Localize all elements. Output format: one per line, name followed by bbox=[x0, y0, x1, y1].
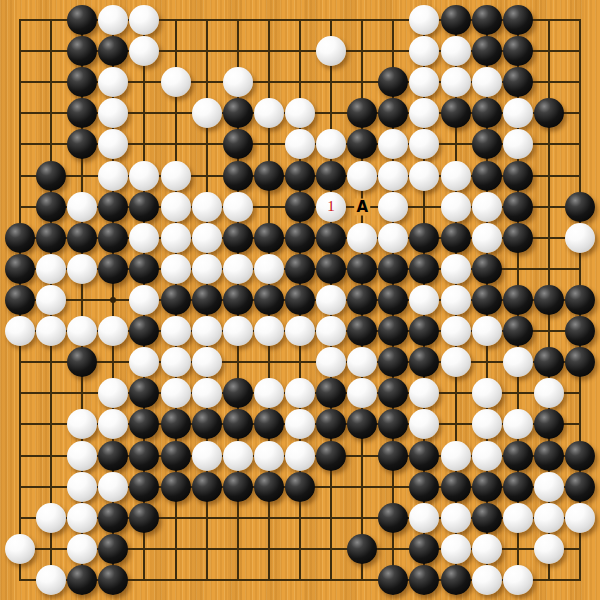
stone-black[interactable] bbox=[98, 36, 128, 66]
stone-white[interactable] bbox=[378, 223, 408, 253]
stone-white[interactable] bbox=[441, 285, 471, 315]
stone-black[interactable] bbox=[565, 472, 595, 502]
stone-white[interactable] bbox=[161, 254, 191, 284]
stone-black[interactable] bbox=[472, 503, 502, 533]
stone-black[interactable] bbox=[347, 534, 377, 564]
stone-white[interactable] bbox=[254, 441, 284, 471]
stone-black[interactable] bbox=[565, 285, 595, 315]
stone-white[interactable] bbox=[36, 503, 66, 533]
stone-white[interactable] bbox=[36, 565, 66, 595]
stone-black[interactable] bbox=[409, 223, 439, 253]
stone-black[interactable] bbox=[98, 503, 128, 533]
stone-white[interactable] bbox=[223, 192, 253, 222]
stone-black[interactable] bbox=[378, 565, 408, 595]
stone-white[interactable] bbox=[223, 254, 253, 284]
stone-white[interactable] bbox=[316, 192, 346, 222]
stone-white[interactable] bbox=[378, 161, 408, 191]
stone-black[interactable] bbox=[129, 316, 159, 346]
stone-black[interactable] bbox=[98, 254, 128, 284]
stone-black[interactable] bbox=[5, 254, 35, 284]
stone-white[interactable] bbox=[409, 409, 439, 439]
stone-black[interactable] bbox=[409, 565, 439, 595]
stone-white[interactable] bbox=[254, 378, 284, 408]
stone-black[interactable] bbox=[409, 441, 439, 471]
stone-white[interactable] bbox=[98, 161, 128, 191]
stone-white[interactable] bbox=[223, 67, 253, 97]
stone-white[interactable] bbox=[285, 378, 315, 408]
stone-black[interactable] bbox=[503, 192, 533, 222]
stone-white[interactable] bbox=[192, 98, 222, 128]
stone-black[interactable] bbox=[285, 285, 315, 315]
stone-white[interactable] bbox=[441, 316, 471, 346]
stone-black[interactable] bbox=[378, 441, 408, 471]
stone-white[interactable] bbox=[254, 316, 284, 346]
stone-white[interactable] bbox=[5, 534, 35, 564]
stone-white[interactable] bbox=[503, 98, 533, 128]
stone-white[interactable] bbox=[441, 36, 471, 66]
stone-black[interactable] bbox=[223, 223, 253, 253]
stone-white[interactable] bbox=[98, 5, 128, 35]
stone-black[interactable] bbox=[223, 98, 253, 128]
stone-black[interactable] bbox=[472, 161, 502, 191]
stone-white[interactable] bbox=[98, 67, 128, 97]
stone-white[interactable] bbox=[378, 129, 408, 159]
stone-black[interactable] bbox=[409, 316, 439, 346]
stone-black[interactable] bbox=[441, 5, 471, 35]
stone-white[interactable] bbox=[503, 409, 533, 439]
stone-white[interactable] bbox=[192, 347, 222, 377]
stone-black[interactable] bbox=[503, 161, 533, 191]
stone-black[interactable] bbox=[316, 409, 346, 439]
stone-black[interactable] bbox=[316, 441, 346, 471]
stone-white[interactable] bbox=[441, 347, 471, 377]
stone-white[interactable] bbox=[503, 129, 533, 159]
stone-white[interactable] bbox=[192, 192, 222, 222]
stone-white[interactable] bbox=[161, 378, 191, 408]
stone-white[interactable] bbox=[129, 223, 159, 253]
stone-white[interactable] bbox=[409, 503, 439, 533]
stone-black[interactable] bbox=[98, 192, 128, 222]
stone-white[interactable] bbox=[98, 378, 128, 408]
stone-white[interactable] bbox=[254, 254, 284, 284]
stone-white[interactable] bbox=[285, 316, 315, 346]
hoshi-point bbox=[110, 297, 116, 303]
stone-white[interactable] bbox=[192, 223, 222, 253]
label-A[interactable]: A bbox=[354, 198, 370, 215]
stone-black[interactable] bbox=[503, 441, 533, 471]
stone-black[interactable] bbox=[129, 441, 159, 471]
stone-white[interactable] bbox=[503, 503, 533, 533]
stone-white[interactable] bbox=[409, 129, 439, 159]
stone-black[interactable] bbox=[254, 223, 284, 253]
stone-white[interactable] bbox=[67, 192, 97, 222]
stone-black[interactable] bbox=[67, 347, 97, 377]
stone-black[interactable] bbox=[503, 472, 533, 502]
stone-black[interactable] bbox=[347, 409, 377, 439]
stone-black[interactable] bbox=[285, 472, 315, 502]
stone-white[interactable] bbox=[98, 98, 128, 128]
stone-white[interactable] bbox=[409, 285, 439, 315]
stone-white[interactable] bbox=[409, 161, 439, 191]
stone-white[interactable] bbox=[98, 129, 128, 159]
stone-white[interactable] bbox=[441, 254, 471, 284]
stone-black[interactable] bbox=[378, 285, 408, 315]
stone-black[interactable] bbox=[316, 254, 346, 284]
stone-white[interactable] bbox=[316, 36, 346, 66]
stone-black[interactable] bbox=[565, 441, 595, 471]
stone-black[interactable] bbox=[378, 378, 408, 408]
stone-black[interactable] bbox=[378, 67, 408, 97]
stone-white[interactable] bbox=[161, 192, 191, 222]
stone-white[interactable] bbox=[36, 285, 66, 315]
stone-black[interactable] bbox=[285, 254, 315, 284]
stone-white[interactable] bbox=[129, 285, 159, 315]
stone-white[interactable] bbox=[161, 347, 191, 377]
stone-white[interactable] bbox=[67, 472, 97, 502]
stone-black[interactable] bbox=[534, 98, 564, 128]
stone-white[interactable] bbox=[503, 565, 533, 595]
stone-black[interactable] bbox=[503, 67, 533, 97]
stone-black[interactable] bbox=[472, 98, 502, 128]
stone-black[interactable] bbox=[441, 223, 471, 253]
stone-black[interactable] bbox=[503, 5, 533, 35]
stone-black[interactable] bbox=[98, 565, 128, 595]
stone-white[interactable] bbox=[5, 316, 35, 346]
stone-white[interactable] bbox=[472, 441, 502, 471]
stone-black[interactable] bbox=[254, 409, 284, 439]
stone-white[interactable] bbox=[223, 316, 253, 346]
stone-black[interactable] bbox=[409, 347, 439, 377]
stone-black[interactable] bbox=[161, 285, 191, 315]
stone-white[interactable] bbox=[285, 98, 315, 128]
stone-black[interactable] bbox=[409, 254, 439, 284]
stone-white[interactable] bbox=[192, 316, 222, 346]
stone-white[interactable] bbox=[129, 347, 159, 377]
stone-white[interactable] bbox=[472, 378, 502, 408]
stone-white[interactable] bbox=[565, 503, 595, 533]
stone-black[interactable] bbox=[98, 223, 128, 253]
stone-white[interactable] bbox=[285, 409, 315, 439]
stone-black[interactable] bbox=[316, 223, 346, 253]
stone-black[interactable] bbox=[67, 98, 97, 128]
stone-black[interactable] bbox=[192, 472, 222, 502]
stone-white[interactable] bbox=[409, 378, 439, 408]
go-board[interactable]: 1A bbox=[0, 0, 600, 600]
stone-black[interactable] bbox=[409, 472, 439, 502]
stone-black[interactable] bbox=[503, 223, 533, 253]
stone-black[interactable] bbox=[441, 98, 471, 128]
stone-black[interactable] bbox=[565, 316, 595, 346]
stone-white[interactable] bbox=[409, 98, 439, 128]
stone-white[interactable] bbox=[409, 67, 439, 97]
stone-white[interactable] bbox=[472, 316, 502, 346]
stone-black[interactable] bbox=[36, 161, 66, 191]
stone-black[interactable] bbox=[161, 409, 191, 439]
stone-black[interactable] bbox=[472, 254, 502, 284]
stone-white[interactable] bbox=[472, 67, 502, 97]
stone-black[interactable] bbox=[223, 285, 253, 315]
stone-black[interactable] bbox=[161, 441, 191, 471]
stone-black[interactable] bbox=[378, 347, 408, 377]
stone-white[interactable] bbox=[378, 192, 408, 222]
stone-white[interactable] bbox=[472, 192, 502, 222]
stone-black[interactable] bbox=[5, 223, 35, 253]
stone-black[interactable] bbox=[378, 98, 408, 128]
stone-black[interactable] bbox=[129, 192, 159, 222]
stone-black[interactable] bbox=[534, 347, 564, 377]
stone-white[interactable] bbox=[409, 5, 439, 35]
stone-white[interactable] bbox=[472, 534, 502, 564]
stone-black[interactable] bbox=[378, 254, 408, 284]
stone-white[interactable] bbox=[316, 285, 346, 315]
stone-white[interactable] bbox=[565, 223, 595, 253]
stone-black[interactable] bbox=[223, 161, 253, 191]
stone-black[interactable] bbox=[129, 409, 159, 439]
stone-black[interactable] bbox=[347, 254, 377, 284]
stone-black[interactable] bbox=[378, 409, 408, 439]
stone-white[interactable] bbox=[347, 223, 377, 253]
stone-white[interactable] bbox=[534, 378, 564, 408]
stone-white[interactable] bbox=[472, 565, 502, 595]
stone-white[interactable] bbox=[441, 161, 471, 191]
stone-black[interactable] bbox=[503, 285, 533, 315]
stone-white[interactable] bbox=[534, 472, 564, 502]
stone-black[interactable] bbox=[347, 129, 377, 159]
stone-black[interactable] bbox=[472, 5, 502, 35]
stone-white[interactable] bbox=[316, 129, 346, 159]
stone-black[interactable] bbox=[98, 534, 128, 564]
stone-white[interactable] bbox=[161, 223, 191, 253]
stone-white[interactable] bbox=[67, 503, 97, 533]
stone-white[interactable] bbox=[223, 441, 253, 471]
stone-black[interactable] bbox=[192, 285, 222, 315]
stone-white[interactable] bbox=[503, 347, 533, 377]
stone-black[interactable] bbox=[409, 534, 439, 564]
stone-black[interactable] bbox=[534, 441, 564, 471]
stone-black[interactable] bbox=[223, 129, 253, 159]
stone-black[interactable] bbox=[347, 285, 377, 315]
stone-white[interactable] bbox=[409, 36, 439, 66]
stone-white[interactable] bbox=[98, 409, 128, 439]
stone-white[interactable] bbox=[67, 441, 97, 471]
stone-white[interactable] bbox=[36, 254, 66, 284]
stone-black[interactable] bbox=[347, 98, 377, 128]
stone-black[interactable] bbox=[67, 67, 97, 97]
stone-black[interactable] bbox=[223, 378, 253, 408]
stone-white[interactable] bbox=[192, 378, 222, 408]
stone-white[interactable] bbox=[441, 67, 471, 97]
stone-black[interactable] bbox=[378, 503, 408, 533]
stone-white[interactable] bbox=[161, 161, 191, 191]
stone-white[interactable] bbox=[441, 534, 471, 564]
stone-white[interactable] bbox=[534, 503, 564, 533]
stone-black[interactable] bbox=[223, 409, 253, 439]
stone-black[interactable] bbox=[472, 472, 502, 502]
stone-white[interactable] bbox=[67, 409, 97, 439]
stone-black[interactable] bbox=[254, 472, 284, 502]
stone-black[interactable] bbox=[534, 285, 564, 315]
stone-black[interactable] bbox=[67, 5, 97, 35]
stone-black[interactable] bbox=[36, 192, 66, 222]
stone-white[interactable] bbox=[472, 409, 502, 439]
stone-white[interactable] bbox=[347, 378, 377, 408]
stone-black[interactable] bbox=[254, 285, 284, 315]
stone-white[interactable] bbox=[161, 67, 191, 97]
stone-black[interactable] bbox=[67, 565, 97, 595]
stone-white[interactable] bbox=[316, 316, 346, 346]
go-game-screenshot: 1A bbox=[0, 0, 600, 600]
stone-white[interactable] bbox=[67, 254, 97, 284]
stone-white[interactable] bbox=[347, 161, 377, 191]
stone-black[interactable] bbox=[503, 316, 533, 346]
stone-white[interactable] bbox=[285, 129, 315, 159]
stone-white[interactable] bbox=[534, 534, 564, 564]
stone-white[interactable] bbox=[441, 503, 471, 533]
stone-black[interactable] bbox=[98, 441, 128, 471]
stone-white[interactable] bbox=[316, 347, 346, 377]
stone-black[interactable] bbox=[285, 223, 315, 253]
stone-black[interactable] bbox=[441, 472, 471, 502]
stone-black[interactable] bbox=[472, 129, 502, 159]
stone-black[interactable] bbox=[223, 472, 253, 502]
stone-white[interactable] bbox=[36, 316, 66, 346]
stone-black[interactable] bbox=[472, 285, 502, 315]
stone-black[interactable] bbox=[67, 223, 97, 253]
stone-white[interactable] bbox=[472, 223, 502, 253]
stone-black[interactable] bbox=[565, 192, 595, 222]
stone-white[interactable] bbox=[98, 472, 128, 502]
stone-black[interactable] bbox=[161, 472, 191, 502]
stone-black[interactable] bbox=[192, 409, 222, 439]
stone-white[interactable] bbox=[129, 5, 159, 35]
stone-black[interactable] bbox=[347, 316, 377, 346]
stone-white[interactable] bbox=[67, 534, 97, 564]
stone-black[interactable] bbox=[5, 285, 35, 315]
stone-black[interactable] bbox=[285, 161, 315, 191]
stone-black[interactable] bbox=[534, 409, 564, 439]
stone-white[interactable] bbox=[192, 254, 222, 284]
stone-black[interactable] bbox=[503, 36, 533, 66]
stone-black[interactable] bbox=[316, 161, 346, 191]
stone-black[interactable] bbox=[67, 129, 97, 159]
stone-black[interactable] bbox=[472, 36, 502, 66]
stone-white[interactable] bbox=[161, 316, 191, 346]
stone-black[interactable] bbox=[565, 347, 595, 377]
stone-white[interactable] bbox=[192, 441, 222, 471]
stone-black[interactable] bbox=[316, 378, 346, 408]
stone-black[interactable] bbox=[129, 378, 159, 408]
stone-white[interactable] bbox=[67, 316, 97, 346]
stone-white[interactable] bbox=[129, 161, 159, 191]
stone-white[interactable] bbox=[254, 98, 284, 128]
stone-black[interactable] bbox=[129, 503, 159, 533]
grid-line-horizontal bbox=[19, 361, 581, 363]
stone-white[interactable] bbox=[98, 316, 128, 346]
stone-white[interactable] bbox=[441, 441, 471, 471]
stone-black[interactable] bbox=[441, 565, 471, 595]
stone-black[interactable] bbox=[36, 223, 66, 253]
stone-black[interactable] bbox=[285, 192, 315, 222]
stone-white[interactable] bbox=[285, 441, 315, 471]
stone-white[interactable] bbox=[129, 36, 159, 66]
stone-black[interactable] bbox=[67, 36, 97, 66]
stone-black[interactable] bbox=[378, 316, 408, 346]
stone-white[interactable] bbox=[441, 192, 471, 222]
stone-black[interactable] bbox=[129, 254, 159, 284]
stone-black[interactable] bbox=[129, 472, 159, 502]
stone-black[interactable] bbox=[254, 161, 284, 191]
stone-white[interactable] bbox=[347, 347, 377, 377]
